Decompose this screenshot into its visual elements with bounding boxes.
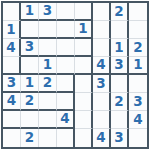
cell-r2c4-empty[interactable] [57,21,75,39]
cell-r4c6-given-digit: 4 [93,57,111,75]
cell-r4c4-empty[interactable] [57,57,75,75]
cell-r6c1-given-digit: 4 [3,93,21,111]
cell-r1c2-given-digit: 1 [21,3,39,21]
cell-r7c6-empty[interactable] [93,111,111,129]
cell-r5c3-given-digit: 2 [39,75,57,93]
cell-r1c7-given-digit: 2 [111,3,129,21]
cell-r6c6-empty[interactable] [93,93,111,111]
cell-r4c2-empty[interactable] [21,57,39,75]
cell-r6c3-empty[interactable] [39,93,57,111]
cell-r7c7-empty[interactable] [111,111,129,129]
cell-r8c4-empty[interactable] [57,129,75,147]
cell-r2c6-empty[interactable] [93,21,111,39]
cell-r5c5-empty[interactable] [75,75,93,93]
cell-r3c7-given-digit: 1 [111,39,129,57]
cell-r8c2-given-digit: 2 [21,129,39,147]
cell-r7c2-empty[interactable] [21,111,39,129]
cell-r1c6-empty[interactable] [93,3,111,21]
cell-r4c5-empty[interactable] [75,57,93,75]
cell-r6c2-given-digit: 2 [21,93,39,111]
cell-r5c2-given-digit: 1 [21,75,39,93]
cell-r5c8-empty[interactable] [129,75,147,93]
puzzle-board: 13211431214313123422344243 [1,1,149,149]
cell-r2c8-empty[interactable] [129,21,147,39]
cell-r8c8-empty[interactable] [129,129,147,147]
cell-r3c3-empty[interactable] [39,39,57,57]
cell-r5c1-given-digit: 3 [3,75,21,93]
cell-r3c5-empty[interactable] [75,39,93,57]
cell-r8c7-given-digit: 3 [111,129,129,147]
cell-r5c7-empty[interactable] [111,75,129,93]
cell-r2c3-empty[interactable] [39,21,57,39]
cell-r4c7-given-digit: 3 [111,57,129,75]
cell-r6c8-given-digit: 3 [129,93,147,111]
cell-r7c4-given-digit: 4 [57,111,75,129]
cell-r4c3-given-digit: 1 [39,57,57,75]
cell-r8c6-given-digit: 4 [93,129,111,147]
cell-r6c5-empty[interactable] [75,93,93,111]
cell-r3c1-given-digit: 4 [3,39,21,57]
cell-r5c4-empty[interactable] [57,75,75,93]
cell-r2c1-given-digit: 1 [3,21,21,39]
cell-r1c3-given-digit: 3 [39,3,57,21]
cell-r3c8-given-digit: 2 [129,39,147,57]
cell-r8c1-empty[interactable] [3,129,21,147]
cell-r7c8-given-digit: 4 [129,111,147,129]
cell-r2c5-given-digit: 1 [75,21,93,39]
cell-r8c5-empty[interactable] [75,129,93,147]
cell-r1c1-empty[interactable] [3,3,21,21]
cell-r8c3-empty[interactable] [39,129,57,147]
cell-r3c4-empty[interactable] [57,39,75,57]
cell-r1c4-empty[interactable] [57,3,75,21]
cell-r6c4-empty[interactable] [57,93,75,111]
cell-r7c5-empty[interactable] [75,111,93,129]
cell-r1c5-empty[interactable] [75,3,93,21]
cell-r2c7-empty[interactable] [111,21,129,39]
cell-r3c6-empty[interactable] [93,39,111,57]
cell-r7c1-empty[interactable] [3,111,21,129]
cell-r6c7-given-digit: 2 [111,93,129,111]
cell-r4c8-given-digit: 1 [129,57,147,75]
cell-r7c3-empty[interactable] [39,111,57,129]
cell-r1c8-empty[interactable] [129,3,147,21]
cell-r2c2-empty[interactable] [21,21,39,39]
cell-r3c2-given-digit: 3 [21,39,39,57]
cell-r5c6-given-digit: 3 [93,75,111,93]
cell-r4c1-empty[interactable] [3,57,21,75]
